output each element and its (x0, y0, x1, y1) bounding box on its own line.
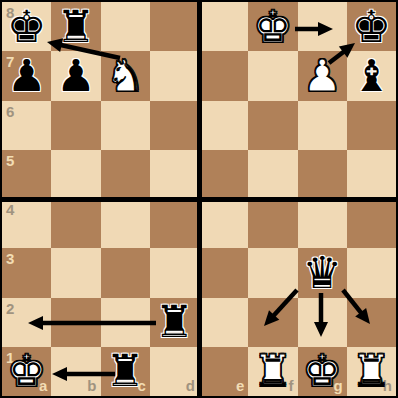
square-h1[interactable]: h♜ (347, 347, 396, 396)
square-c4[interactable] (101, 199, 150, 248)
square-c8[interactable] (101, 2, 150, 51)
square-a6[interactable]: 6 (2, 101, 51, 150)
square-g1[interactable]: g♚ (298, 347, 347, 396)
square-b8[interactable]: ♜ (51, 2, 100, 51)
board-squares: 8♚♜♚♚7♟♟♞♟♝6543♛2♜1a♚bc♜def♜g♚h♜ (2, 2, 396, 396)
rank-label-3: 3 (6, 251, 14, 266)
piece-black-bishop-h7[interactable]: ♝ (347, 51, 396, 100)
square-d7[interactable] (150, 51, 199, 100)
square-b7[interactable]: ♟ (51, 51, 100, 100)
square-c2[interactable] (101, 298, 150, 347)
square-a3[interactable]: 3 (2, 248, 51, 297)
piece-white-rook-h1[interactable]: ♜ (347, 347, 396, 396)
square-d3[interactable] (150, 248, 199, 297)
square-f5[interactable] (248, 150, 297, 199)
square-h7[interactable]: ♝ (347, 51, 396, 100)
square-h6[interactable] (347, 101, 396, 150)
square-f7[interactable] (248, 51, 297, 100)
square-b4[interactable] (51, 199, 100, 248)
square-d8[interactable] (150, 2, 199, 51)
piece-black-queen-g3[interactable]: ♛ (298, 248, 347, 297)
square-g3[interactable]: ♛ (298, 248, 347, 297)
file-label-e: e (236, 378, 244, 393)
square-f6[interactable] (248, 101, 297, 150)
square-d4[interactable] (150, 199, 199, 248)
piece-black-king-h8[interactable]: ♚ (347, 2, 396, 51)
piece-black-rook-b8[interactable]: ♜ (51, 2, 100, 51)
rank-label-4: 4 (6, 202, 14, 217)
square-e4[interactable] (199, 199, 248, 248)
square-d1[interactable]: d (150, 347, 199, 396)
square-e6[interactable] (199, 101, 248, 150)
square-f3[interactable] (248, 248, 297, 297)
square-e8[interactable] (199, 2, 248, 51)
piece-black-king-a8[interactable]: ♚ (2, 2, 51, 51)
piece-white-pawn-g7[interactable]: ♟ (298, 51, 347, 100)
piece-white-king-f8[interactable]: ♚ (248, 2, 297, 51)
rank-label-6: 6 (6, 104, 14, 119)
piece-white-knight-c7[interactable]: ♞ (101, 51, 150, 100)
square-e5[interactable] (199, 150, 248, 199)
piece-white-king-a1[interactable]: ♚ (2, 347, 51, 396)
square-e2[interactable] (199, 298, 248, 347)
square-f1[interactable]: f♜ (248, 347, 297, 396)
square-a8[interactable]: 8♚ (2, 2, 51, 51)
square-f2[interactable] (248, 298, 297, 347)
square-e7[interactable] (199, 51, 248, 100)
file-label-d: d (186, 378, 195, 393)
square-e3[interactable] (199, 248, 248, 297)
piece-black-pawn-b7[interactable]: ♟ (51, 51, 100, 100)
square-c7[interactable]: ♞ (101, 51, 150, 100)
square-b2[interactable] (51, 298, 100, 347)
square-a4[interactable]: 4 (2, 199, 51, 248)
square-a5[interactable]: 5 (2, 150, 51, 199)
square-g7[interactable]: ♟ (298, 51, 347, 100)
square-h2[interactable] (347, 298, 396, 347)
piece-white-king-g1[interactable]: ♚ (298, 347, 347, 396)
square-c6[interactable] (101, 101, 150, 150)
square-c1[interactable]: c♜ (101, 347, 150, 396)
piece-black-rook-c1[interactable]: ♜ (101, 347, 150, 396)
square-b6[interactable] (51, 101, 100, 150)
square-b5[interactable] (51, 150, 100, 199)
square-f8[interactable]: ♚ (248, 2, 297, 51)
square-c5[interactable] (101, 150, 150, 199)
square-e1[interactable]: e (199, 347, 248, 396)
square-d2[interactable]: ♜ (150, 298, 199, 347)
square-h8[interactable]: ♚ (347, 2, 396, 51)
square-g6[interactable] (298, 101, 347, 150)
square-g4[interactable] (298, 199, 347, 248)
square-c3[interactable] (101, 248, 150, 297)
piece-black-pawn-a7[interactable]: ♟ (2, 51, 51, 100)
square-h3[interactable] (347, 248, 396, 297)
square-b1[interactable]: b (51, 347, 100, 396)
square-d6[interactable] (150, 101, 199, 150)
square-a7[interactable]: 7♟ (2, 51, 51, 100)
square-h5[interactable] (347, 150, 396, 199)
chess-board: 8♚♜♚♚7♟♟♞♟♝6543♛2♜1a♚bc♜def♜g♚h♜ (0, 0, 398, 398)
piece-black-rook-d2[interactable]: ♜ (150, 298, 199, 347)
square-b3[interactable] (51, 248, 100, 297)
square-g8[interactable] (298, 2, 347, 51)
rank-label-5: 5 (6, 153, 14, 168)
square-d5[interactable] (150, 150, 199, 199)
square-g5[interactable] (298, 150, 347, 199)
square-f4[interactable] (248, 199, 297, 248)
square-h4[interactable] (347, 199, 396, 248)
rank-label-2: 2 (6, 301, 14, 316)
square-g2[interactable] (298, 298, 347, 347)
square-a1[interactable]: 1a♚ (2, 347, 51, 396)
piece-white-rook-f1[interactable]: ♜ (248, 347, 297, 396)
square-a2[interactable]: 2 (2, 298, 51, 347)
file-label-b: b (87, 378, 96, 393)
